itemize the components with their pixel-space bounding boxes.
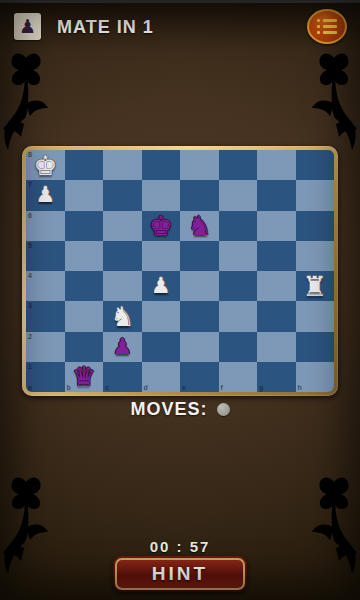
square-a4[interactable]: 4 bbox=[26, 271, 65, 301]
square-g8[interactable] bbox=[257, 150, 296, 180]
square-h6[interactable] bbox=[296, 211, 335, 241]
square-b3[interactable] bbox=[65, 301, 104, 331]
square-d8[interactable] bbox=[142, 150, 181, 180]
square-g5[interactable] bbox=[257, 241, 296, 271]
piece-white-pawn[interactable]: ♟ bbox=[35, 184, 55, 206]
square-c3[interactable]: ♞ bbox=[103, 301, 142, 331]
square-a1[interactable]: 1a bbox=[26, 362, 65, 392]
square-d3[interactable] bbox=[142, 301, 181, 331]
square-b6[interactable] bbox=[65, 211, 104, 241]
square-g6[interactable] bbox=[257, 211, 296, 241]
square-a5[interactable]: 5 bbox=[26, 241, 65, 271]
square-c7[interactable] bbox=[103, 180, 142, 210]
square-b4[interactable] bbox=[65, 271, 104, 301]
board-frame: 8♚7♟6♚♞54♟♜3♞2♟1ab♛cdefgh bbox=[22, 146, 338, 396]
square-f3[interactable] bbox=[219, 301, 258, 331]
rank-label-1: 1 bbox=[28, 363, 32, 370]
square-h4[interactable]: ♜ bbox=[296, 271, 335, 301]
floral-ornament-bottom-right bbox=[302, 476, 360, 580]
square-h3[interactable] bbox=[296, 301, 335, 331]
piece-white-knight[interactable]: ♞ bbox=[110, 303, 134, 330]
square-e1[interactable]: e bbox=[180, 362, 219, 392]
square-c8[interactable] bbox=[103, 150, 142, 180]
square-b1[interactable]: b♛ bbox=[65, 362, 104, 392]
square-a3[interactable]: 3 bbox=[26, 301, 65, 331]
square-g1[interactable]: g bbox=[257, 362, 296, 392]
floral-ornament-top-right bbox=[302, 52, 360, 156]
square-b8[interactable] bbox=[65, 150, 104, 180]
piece-black-king[interactable]: ♚ bbox=[149, 212, 173, 239]
square-b7[interactable] bbox=[65, 180, 104, 210]
square-e5[interactable] bbox=[180, 241, 219, 271]
square-a8[interactable]: 8♚ bbox=[26, 150, 65, 180]
hint-button[interactable]: HINT bbox=[113, 556, 247, 592]
square-c4[interactable] bbox=[103, 271, 142, 301]
square-f5[interactable] bbox=[219, 241, 258, 271]
piece-black-queen[interactable]: ♛ bbox=[72, 363, 96, 390]
square-e8[interactable] bbox=[180, 150, 219, 180]
piece-white-king[interactable]: ♚ bbox=[33, 152, 57, 179]
square-a6[interactable]: 6 bbox=[26, 211, 65, 241]
square-b5[interactable] bbox=[65, 241, 104, 271]
square-h1[interactable]: h bbox=[296, 362, 335, 392]
square-e4[interactable] bbox=[180, 271, 219, 301]
square-d2[interactable] bbox=[142, 332, 181, 362]
square-a2[interactable]: 2 bbox=[26, 332, 65, 362]
piece-black-knight[interactable]: ♞ bbox=[187, 212, 211, 239]
rank-label-7: 7 bbox=[28, 181, 32, 188]
file-label-d: d bbox=[144, 384, 148, 391]
menu-list-icon bbox=[317, 19, 337, 34]
rank-label-8: 8 bbox=[28, 151, 32, 158]
square-f1[interactable]: f bbox=[219, 362, 258, 392]
moves-label: MOVES: bbox=[130, 399, 207, 420]
square-h7[interactable] bbox=[296, 180, 335, 210]
square-d6[interactable]: ♚ bbox=[142, 211, 181, 241]
pawn-icon: ♟ bbox=[19, 17, 36, 36]
hint-button-label: HINT bbox=[152, 563, 208, 585]
square-c2[interactable]: ♟ bbox=[103, 332, 142, 362]
square-h5[interactable] bbox=[296, 241, 335, 271]
square-f7[interactable] bbox=[219, 180, 258, 210]
square-f6[interactable] bbox=[219, 211, 258, 241]
menu-button[interactable] bbox=[307, 9, 347, 44]
file-label-b: b bbox=[67, 384, 71, 391]
file-label-e: e bbox=[182, 384, 186, 391]
move-counter-dot bbox=[217, 403, 230, 416]
file-label-a: a bbox=[28, 384, 32, 391]
square-g3[interactable] bbox=[257, 301, 296, 331]
app-screen: ♟ MATE IN 1 8♚7♟6♚♞54♟♜3♞2♟1ab♛cdefgh MO… bbox=[0, 0, 360, 600]
file-label-h: h bbox=[298, 384, 302, 391]
moves-row: MOVES: bbox=[0, 399, 360, 420]
piece-black-pawn[interactable]: ♟ bbox=[112, 336, 132, 358]
square-e2[interactable] bbox=[180, 332, 219, 362]
square-g7[interactable] bbox=[257, 180, 296, 210]
square-h8[interactable] bbox=[296, 150, 335, 180]
floral-ornament-top-left bbox=[0, 52, 58, 156]
file-label-f: f bbox=[221, 384, 223, 391]
header: ♟ MATE IN 1 bbox=[0, 3, 360, 53]
square-e3[interactable] bbox=[180, 301, 219, 331]
square-b2[interactable] bbox=[65, 332, 104, 362]
rank-label-4: 4 bbox=[28, 272, 32, 279]
square-d7[interactable] bbox=[142, 180, 181, 210]
square-d5[interactable] bbox=[142, 241, 181, 271]
square-f4[interactable] bbox=[219, 271, 258, 301]
square-a7[interactable]: 7♟ bbox=[26, 180, 65, 210]
rank-label-6: 6 bbox=[28, 212, 32, 219]
board[interactable]: 8♚7♟6♚♞54♟♜3♞2♟1ab♛cdefgh bbox=[26, 150, 334, 392]
square-d4[interactable]: ♟ bbox=[142, 271, 181, 301]
square-g2[interactable] bbox=[257, 332, 296, 362]
rank-label-2: 2 bbox=[28, 333, 32, 340]
square-e6[interactable]: ♞ bbox=[180, 211, 219, 241]
square-e7[interactable] bbox=[180, 180, 219, 210]
page-title: MATE IN 1 bbox=[57, 17, 154, 38]
piece-white-rook[interactable]: ♜ bbox=[303, 273, 327, 300]
square-c5[interactable] bbox=[103, 241, 142, 271]
timer: 00 : 57 bbox=[0, 538, 360, 555]
square-g4[interactable] bbox=[257, 271, 296, 301]
file-label-g: g bbox=[259, 384, 263, 391]
square-c6[interactable] bbox=[103, 211, 142, 241]
square-h2[interactable] bbox=[296, 332, 335, 362]
file-label-c: c bbox=[105, 384, 109, 391]
square-c1[interactable]: c bbox=[103, 362, 142, 392]
square-f2[interactable] bbox=[219, 332, 258, 362]
piece-white-pawn[interactable]: ♟ bbox=[151, 275, 171, 297]
square-f8[interactable] bbox=[219, 150, 258, 180]
rank-label-5: 5 bbox=[28, 242, 32, 249]
square-d1[interactable]: d bbox=[142, 362, 181, 392]
side-to-move-indicator: ♟ bbox=[14, 13, 41, 40]
rank-label-3: 3 bbox=[28, 302, 32, 309]
floral-ornament-bottom-left bbox=[0, 476, 58, 580]
